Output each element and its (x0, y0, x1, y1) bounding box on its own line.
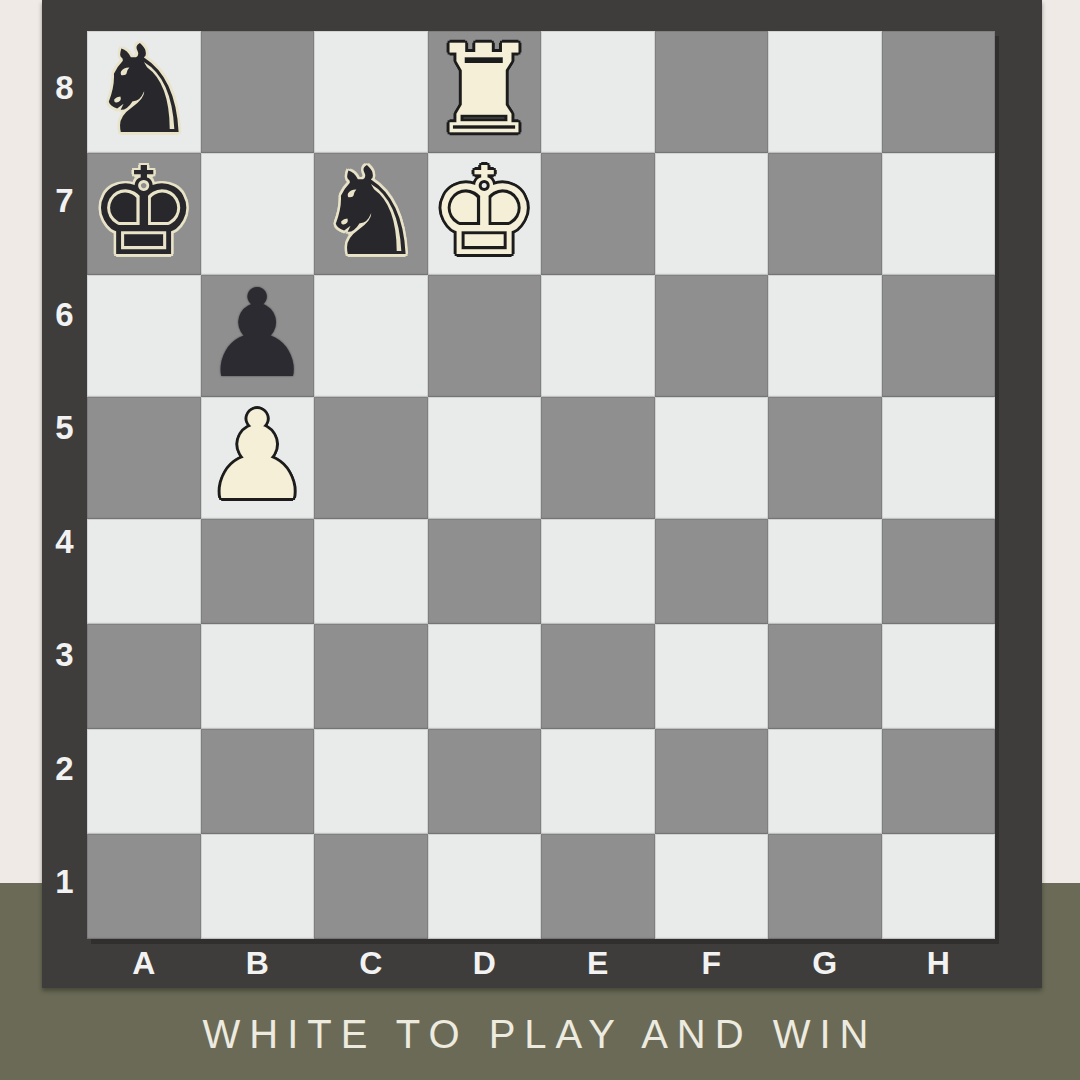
square-c4[interactable] (314, 519, 428, 624)
square-e3[interactable] (541, 624, 655, 729)
square-a4[interactable] (87, 519, 201, 624)
square-d7[interactable]: ♚ (428, 153, 542, 275)
black-king[interactable]: ♚ (89, 151, 198, 273)
square-b7[interactable] (201, 153, 315, 275)
square-e5[interactable] (541, 397, 655, 519)
rank-label-7: 7 (42, 145, 87, 259)
square-e7[interactable] (541, 153, 655, 275)
black-knight[interactable]: ♞ (89, 29, 198, 151)
file-label-b: B (201, 939, 315, 988)
file-labels: ABCDEFGH (87, 939, 995, 988)
board-frame: 87654321 ♞♜♚♞♚♟♟ ABCDEFGH (42, 0, 1042, 988)
square-g3[interactable] (768, 624, 882, 729)
white-pawn[interactable]: ♟ (203, 395, 312, 517)
square-c5[interactable] (314, 397, 428, 519)
square-e1[interactable] (541, 834, 655, 939)
white-rook[interactable]: ♜ (430, 29, 539, 151)
rank-labels: 87654321 (42, 31, 87, 939)
square-b5[interactable]: ♟ (201, 397, 315, 519)
square-c6[interactable] (314, 275, 428, 397)
square-h3[interactable] (882, 624, 996, 729)
square-e2[interactable] (541, 729, 655, 834)
square-c3[interactable] (314, 624, 428, 729)
rank-label-5: 5 (42, 372, 87, 486)
square-f2[interactable] (655, 729, 769, 834)
square-f4[interactable] (655, 519, 769, 624)
square-h2[interactable] (882, 729, 996, 834)
rank-label-4: 4 (42, 485, 87, 599)
chess-board[interactable]: ♞♜♚♞♚♟♟ (87, 31, 995, 939)
square-h1[interactable] (882, 834, 996, 939)
file-label-g: G (768, 939, 882, 988)
square-h7[interactable] (882, 153, 996, 275)
square-b3[interactable] (201, 624, 315, 729)
file-label-f: F (655, 939, 769, 988)
square-d5[interactable] (428, 397, 542, 519)
rank-label-3: 3 (42, 599, 87, 713)
file-label-c: C (314, 939, 428, 988)
file-label-e: E (541, 939, 655, 988)
square-d4[interactable] (428, 519, 542, 624)
rank-label-8: 8 (42, 31, 87, 145)
rank-label-6: 6 (42, 258, 87, 372)
square-a6[interactable] (87, 275, 201, 397)
square-b2[interactable] (201, 729, 315, 834)
square-e6[interactable] (541, 275, 655, 397)
square-b6[interactable]: ♟ (201, 275, 315, 397)
black-pawn[interactable]: ♟ (203, 273, 312, 395)
square-f5[interactable] (655, 397, 769, 519)
square-c7[interactable]: ♞ (314, 153, 428, 275)
square-g2[interactable] (768, 729, 882, 834)
square-d2[interactable] (428, 729, 542, 834)
square-h4[interactable] (882, 519, 996, 624)
square-f1[interactable] (655, 834, 769, 939)
square-e8[interactable] (541, 31, 655, 153)
square-h5[interactable] (882, 397, 996, 519)
square-d3[interactable] (428, 624, 542, 729)
square-e4[interactable] (541, 519, 655, 624)
square-d6[interactable] (428, 275, 542, 397)
rank-label-2: 2 (42, 712, 87, 826)
rank-label-1: 1 (42, 826, 87, 940)
square-g7[interactable] (768, 153, 882, 275)
square-a8[interactable]: ♞ (87, 31, 201, 153)
file-label-a: A (87, 939, 201, 988)
square-a3[interactable] (87, 624, 201, 729)
black-knight[interactable]: ♞ (316, 151, 425, 273)
square-c8[interactable] (314, 31, 428, 153)
square-h6[interactable] (882, 275, 996, 397)
square-a5[interactable] (87, 397, 201, 519)
square-f8[interactable] (655, 31, 769, 153)
square-f6[interactable] (655, 275, 769, 397)
file-label-h: H (882, 939, 996, 988)
square-b4[interactable] (201, 519, 315, 624)
square-a7[interactable]: ♚ (87, 153, 201, 275)
file-label-d: D (428, 939, 542, 988)
square-g1[interactable] (768, 834, 882, 939)
caption-banner: WHITE TO PLAY AND WIN (0, 990, 1080, 1078)
square-c1[interactable] (314, 834, 428, 939)
square-d8[interactable]: ♜ (428, 31, 542, 153)
caption-text: WHITE TO PLAY AND WIN (202, 1012, 877, 1057)
square-g8[interactable] (768, 31, 882, 153)
square-g5[interactable] (768, 397, 882, 519)
square-b8[interactable] (201, 31, 315, 153)
square-d1[interactable] (428, 834, 542, 939)
square-f7[interactable] (655, 153, 769, 275)
square-h8[interactable] (882, 31, 996, 153)
square-a2[interactable] (87, 729, 201, 834)
square-b1[interactable] (201, 834, 315, 939)
square-c2[interactable] (314, 729, 428, 834)
square-f3[interactable] (655, 624, 769, 729)
square-g4[interactable] (768, 519, 882, 624)
white-king[interactable]: ♚ (430, 151, 539, 273)
square-g6[interactable] (768, 275, 882, 397)
square-a1[interactable] (87, 834, 201, 939)
